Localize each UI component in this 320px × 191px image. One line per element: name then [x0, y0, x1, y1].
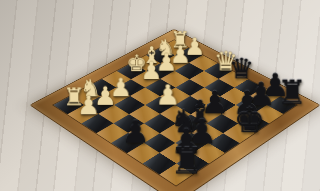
chess-board: ♜♞♚♝♞♜♟♟♟♟♟♟♟♟♛♟♛♞♝♟♟♟♟♟♟♜♚♜ [29, 29, 320, 191]
board-frame: ♜♞♚♝♞♜♟♟♟♟♟♟♟♟♛♟♛♞♝♟♟♟♟♟♟♜♚♜ [29, 29, 320, 191]
black-pawn-a5[interactable]: ♟ [122, 118, 145, 147]
black-king-e8[interactable]: ♚ [234, 105, 257, 137]
board-grid: ♜♞♚♝♞♜♟♟♟♟♟♟♟♟♛♟♛♞♝♟♟♟♟♟♟♜♚♜ [52, 40, 298, 187]
photo-scene: ♜♞♚♝♞♜♟♟♟♟♟♟♟♟♛♟♛♞♝♟♟♟♟♟♟♜♚♜ [0, 0, 320, 191]
white-pawn-a2[interactable]: ♟ [77, 94, 99, 118]
black-rook-h8[interactable]: ♜ [277, 78, 299, 109]
black-rook-a8[interactable]: ♜ [170, 145, 194, 179]
